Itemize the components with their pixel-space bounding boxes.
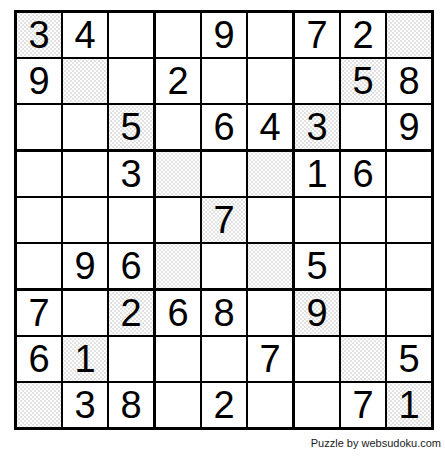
- sudoku-board: 34972925856439316796572689617538271: [14, 10, 434, 430]
- cell-r2c8: 5: [341, 59, 387, 105]
- cell-r9c7[interactable]: [295, 383, 341, 427]
- cell-r9c2: 3: [63, 383, 109, 427]
- cell-r5c8[interactable]: [341, 198, 387, 244]
- cell-r7c5: 8: [202, 291, 248, 337]
- cell-r7c4: 6: [156, 291, 202, 337]
- cell-r5c2[interactable]: [63, 198, 109, 244]
- cell-r9c6[interactable]: [248, 383, 295, 427]
- cell-r2c1: 9: [17, 59, 63, 105]
- cell-r4c2[interactable]: [63, 152, 109, 198]
- cell-r8c3[interactable]: [109, 337, 156, 383]
- cell-r5c7[interactable]: [295, 198, 341, 244]
- cell-r1c1: 3: [17, 13, 63, 59]
- cell-r3c4[interactable]: [156, 105, 202, 152]
- cell-r1c9[interactable]: [387, 13, 431, 59]
- cell-r7c7: 9: [295, 291, 341, 337]
- cell-r9c4[interactable]: [156, 383, 202, 427]
- cell-r6c9[interactable]: [387, 244, 431, 291]
- cell-r6c4[interactable]: [156, 244, 202, 291]
- cell-r7c1: 7: [17, 291, 63, 337]
- cell-r1c2: 4: [63, 13, 109, 59]
- cell-r5c4[interactable]: [156, 198, 202, 244]
- cell-r1c6[interactable]: [248, 13, 295, 59]
- attribution-text: Puzzle by websudoku.com: [311, 437, 441, 449]
- cell-r8c6: 7: [248, 337, 295, 383]
- cell-r2c3[interactable]: [109, 59, 156, 105]
- cell-r6c5[interactable]: [202, 244, 248, 291]
- cell-r7c9[interactable]: [387, 291, 431, 337]
- cell-r7c8[interactable]: [341, 291, 387, 337]
- cell-r6c8[interactable]: [341, 244, 387, 291]
- cell-r8c1: 6: [17, 337, 63, 383]
- cell-r2c9: 8: [387, 59, 431, 105]
- cell-r2c4: 2: [156, 59, 202, 105]
- cell-r5c9[interactable]: [387, 198, 431, 244]
- cell-r4c4[interactable]: [156, 152, 202, 198]
- cell-r3c9: 9: [387, 105, 431, 152]
- cell-r9c8: 7: [341, 383, 387, 427]
- cell-r9c5: 2: [202, 383, 248, 427]
- cell-r6c1[interactable]: [17, 244, 63, 291]
- cell-r9c3: 8: [109, 383, 156, 427]
- cell-r3c2[interactable]: [63, 105, 109, 152]
- cell-r5c6[interactable]: [248, 198, 295, 244]
- cell-r7c6[interactable]: [248, 291, 295, 337]
- cell-r6c2: 9: [63, 244, 109, 291]
- cell-r3c6: 4: [248, 105, 295, 152]
- cell-r8c8[interactable]: [341, 337, 387, 383]
- cell-r2c2[interactable]: [63, 59, 109, 105]
- cell-r1c4[interactable]: [156, 13, 202, 59]
- cell-r5c5: 7: [202, 198, 248, 244]
- cell-r4c8: 6: [341, 152, 387, 198]
- cell-r1c7: 7: [295, 13, 341, 59]
- cell-r5c3[interactable]: [109, 198, 156, 244]
- cell-r8c5[interactable]: [202, 337, 248, 383]
- cell-r2c7[interactable]: [295, 59, 341, 105]
- cell-r4c6[interactable]: [248, 152, 295, 198]
- cell-r3c8[interactable]: [341, 105, 387, 152]
- cell-r4c5[interactable]: [202, 152, 248, 198]
- cell-r6c7: 5: [295, 244, 341, 291]
- cell-r4c7: 1: [295, 152, 341, 198]
- cell-r4c1[interactable]: [17, 152, 63, 198]
- cell-r4c3: 3: [109, 152, 156, 198]
- cell-r8c7[interactable]: [295, 337, 341, 383]
- cell-r1c5: 9: [202, 13, 248, 59]
- cell-r1c3[interactable]: [109, 13, 156, 59]
- cell-r9c1[interactable]: [17, 383, 63, 427]
- cell-r3c3: 5: [109, 105, 156, 152]
- cell-r1c8: 2: [341, 13, 387, 59]
- cell-r8c9: 5: [387, 337, 431, 383]
- cell-r4c9[interactable]: [387, 152, 431, 198]
- cell-r2c5[interactable]: [202, 59, 248, 105]
- cell-r3c5: 6: [202, 105, 248, 152]
- cell-r3c7: 3: [295, 105, 341, 152]
- cell-r7c3: 2: [109, 291, 156, 337]
- cell-r9c9: 1: [387, 383, 431, 427]
- cell-r8c2: 1: [63, 337, 109, 383]
- cell-r3c1[interactable]: [17, 105, 63, 152]
- cell-r6c3: 6: [109, 244, 156, 291]
- cell-r7c2[interactable]: [63, 291, 109, 337]
- cell-r5c1[interactable]: [17, 198, 63, 244]
- cell-r6c6[interactable]: [248, 244, 295, 291]
- cell-r2c6[interactable]: [248, 59, 295, 105]
- cell-r8c4[interactable]: [156, 337, 202, 383]
